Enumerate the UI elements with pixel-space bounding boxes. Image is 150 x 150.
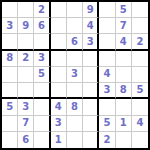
cell-r5c4[interactable] [51,67,67,83]
cell-r5c2[interactable] [18,67,34,83]
cell-r4c9[interactable] [132,51,148,67]
cell-r3c4[interactable] [51,34,67,50]
cell-r2c9[interactable] [132,18,148,34]
cell-r6c8[interactable]: 8 [116,83,132,99]
cell-r9c3[interactable] [34,132,50,148]
cell-r5c8[interactable] [116,67,132,83]
cell-r4c2[interactable]: 2 [18,51,34,67]
cell-r6c4[interactable] [51,83,67,99]
cell-r5c3[interactable]: 5 [34,67,50,83]
cell-r8c6[interactable] [83,116,99,132]
cell-r5c7[interactable]: 4 [99,67,115,83]
cell-r9c5[interactable] [67,132,83,148]
cell-r9c9[interactable] [132,132,148,148]
cell-r7c8[interactable] [116,99,132,115]
cell-r4c6[interactable] [83,51,99,67]
cell-r7c5[interactable]: 8 [67,99,83,115]
cell-r6c9[interactable]: 5 [132,83,148,99]
cell-r3c9[interactable]: 2 [132,34,148,50]
cell-r1c2[interactable] [18,2,34,18]
cell-r9c6[interactable] [83,132,99,148]
cell-r1c5[interactable] [67,2,83,18]
cell-r2c3[interactable]: 6 [34,18,50,34]
cell-r8c5[interactable] [67,116,83,132]
cell-r8c3[interactable] [34,116,50,132]
cell-r3c1[interactable] [2,34,18,50]
cell-r5c1[interactable] [2,67,18,83]
cell-r6c2[interactable] [18,83,34,99]
cell-r1c4[interactable] [51,2,67,18]
cell-r7c4[interactable]: 4 [51,99,67,115]
cell-r6c6[interactable] [83,83,99,99]
cell-r2c7[interactable] [99,18,115,34]
cell-r3c2[interactable] [18,34,34,50]
cell-r2c2[interactable]: 9 [18,18,34,34]
cell-r9c2[interactable]: 6 [18,132,34,148]
cell-r1c3[interactable]: 2 [34,2,50,18]
cell-r2c1[interactable]: 3 [2,18,18,34]
cell-r8c4[interactable]: 3 [51,116,67,132]
cell-r6c7[interactable]: 3 [99,83,115,99]
cell-r6c3[interactable] [34,83,50,99]
sudoku-board: 295396476342823534385534873514612 [0,0,150,150]
cell-r6c1[interactable] [2,83,18,99]
cell-r1c7[interactable] [99,2,115,18]
cell-r9c7[interactable]: 2 [99,132,115,148]
cell-r1c1[interactable] [2,2,18,18]
cell-r3c8[interactable]: 4 [116,34,132,50]
cell-r7c9[interactable] [132,99,148,115]
cell-r1c9[interactable] [132,2,148,18]
cell-r5c6[interactable] [83,67,99,83]
cell-r5c5[interactable]: 3 [67,67,83,83]
cell-r2c4[interactable] [51,18,67,34]
cell-r8c1[interactable] [2,116,18,132]
cell-r3c6[interactable]: 3 [83,34,99,50]
cell-r8c8[interactable]: 1 [116,116,132,132]
cell-r7c3[interactable] [34,99,50,115]
cell-r9c8[interactable] [116,132,132,148]
cell-r8c7[interactable]: 5 [99,116,115,132]
cell-r2c5[interactable] [67,18,83,34]
cell-r4c5[interactable] [67,51,83,67]
cell-r4c3[interactable]: 3 [34,51,50,67]
cell-r1c8[interactable]: 5 [116,2,132,18]
cell-r7c7[interactable] [99,99,115,115]
cell-r3c7[interactable] [99,34,115,50]
cell-r3c5[interactable]: 6 [67,34,83,50]
cell-r7c6[interactable] [83,99,99,115]
cell-r5c9[interactable] [132,67,148,83]
cell-r7c2[interactable]: 3 [18,99,34,115]
cell-r4c8[interactable] [116,51,132,67]
cell-r9c4[interactable]: 1 [51,132,67,148]
cell-r8c9[interactable]: 4 [132,116,148,132]
cell-r9c1[interactable] [2,132,18,148]
cell-r2c8[interactable]: 7 [116,18,132,34]
cell-r7c1[interactable]: 5 [2,99,18,115]
cell-r4c7[interactable] [99,51,115,67]
cell-r2c6[interactable]: 4 [83,18,99,34]
cell-r6c5[interactable] [67,83,83,99]
cell-r8c2[interactable]: 7 [18,116,34,132]
cell-r4c1[interactable]: 8 [2,51,18,67]
cell-r4c4[interactable] [51,51,67,67]
cell-r3c3[interactable] [34,34,50,50]
cell-r1c6[interactable]: 9 [83,2,99,18]
